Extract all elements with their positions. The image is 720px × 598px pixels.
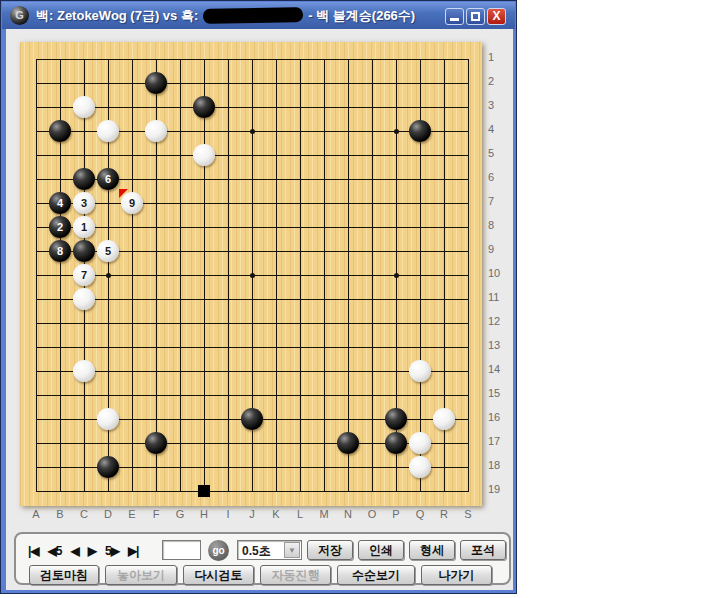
white-stone-C7[interactable]: 3 [73,192,95,214]
black-stone-B4[interactable] [49,120,71,142]
white-stone-Q17[interactable] [409,432,431,454]
column-label-E: E [120,508,144,520]
auto-play-button: 자동진행 [260,565,331,585]
white-stone-C3[interactable] [73,96,95,118]
column-label-J: J [240,508,264,520]
row-label-11: 11 [488,291,512,303]
black-stone-F17[interactable] [145,432,167,454]
column-label-A: A [24,508,48,520]
action-buttons-row2: 검토마침놓아보기다시검토자동진행수순보기나가기 [29,565,492,585]
black-stone-N17[interactable] [337,432,359,454]
row-label-2: 2 [488,75,512,87]
black-stone-P17[interactable] [385,432,407,454]
row-label-6: 6 [488,171,512,183]
column-label-Q: Q [408,508,432,520]
row-label-13: 13 [488,339,512,351]
column-label-G: G [168,508,192,520]
title-suffix: - 백 불계승(266수) [308,7,415,25]
speed-dropdown[interactable]: 0.5초 ▼ [237,540,302,560]
white-stone-D4[interactable] [97,120,119,142]
try-moves-button: 놓아보기 [105,565,177,585]
row-label-9: 9 [488,243,512,255]
black-stone-B7[interactable]: 4 [49,192,71,214]
client-area: 643921857 ABCDEFGHIJKLMNOPQRS12345678910… [6,29,513,590]
chevron-down-icon[interactable]: ▼ [284,542,300,558]
go-button[interactable]: go [208,540,229,561]
review-again-button[interactable]: 다시검토 [183,565,254,585]
last-move-triangle-marker-E7 [119,189,128,198]
column-label-N: N [336,508,360,520]
first-move-button[interactable]: |◀ [28,544,39,558]
square-marker-H19 [198,485,210,497]
minimize-button[interactable] [445,8,464,25]
forward-5-button[interactable]: 5▶ [105,544,119,558]
row-label-5: 5 [488,147,512,159]
column-label-O: O [360,508,384,520]
action-buttons-row1: 저장인쇄형세포석 [307,540,506,560]
row-label-15: 15 [488,387,512,399]
white-stone-F4[interactable] [145,120,167,142]
black-stone-P16[interactable] [385,408,407,430]
go-board-zone: 643921857 ABCDEFGHIJKLMNOPQRS12345678910… [20,42,512,524]
row-label-4: 4 [488,123,512,135]
black-stone-B8[interactable]: 2 [49,216,71,238]
print-button[interactable]: 인쇄 [358,540,404,560]
star-point-P10 [394,273,399,278]
column-label-P: P [384,508,408,520]
column-label-S: S [456,508,480,520]
go-board[interactable]: 643921857 [20,42,482,506]
back-5-button[interactable]: ◀5 [48,544,62,558]
star-point-D10 [106,273,111,278]
game-review-window: G 백: ZetokeWog (7급) vs 흑: - 백 불계승(266수) … [0,0,517,594]
window-controls: X [445,8,506,25]
white-stone-C11[interactable] [73,288,95,310]
row-label-14: 14 [488,363,512,375]
show-move-order-button[interactable]: 수순보기 [337,565,415,585]
black-stone-C9[interactable] [73,240,95,262]
close-icon: X [488,9,505,24]
black-stone-H3[interactable] [193,96,215,118]
row-label-10: 10 [488,267,512,279]
row-label-19: 19 [488,483,512,495]
end-review-button[interactable]: 검토마침 [29,565,99,585]
white-stone-R16[interactable] [433,408,455,430]
maximize-icon [471,12,480,21]
column-label-F: F [144,508,168,520]
white-stone-Q18[interactable] [409,456,431,478]
black-stone-Q4[interactable] [409,120,431,142]
white-stone-D16[interactable] [97,408,119,430]
white-stone-C8[interactable]: 1 [73,216,95,238]
move-navigation: |◀◀5◀▶5▶▶| [28,542,138,560]
maximize-button[interactable] [466,8,485,25]
column-label-K: K [264,508,288,520]
row-label-8: 8 [488,219,512,231]
close-button[interactable]: X [487,8,506,25]
title-prefix: 백: ZetokeWog (7급) vs 흑: [36,7,198,25]
black-stone-C6[interactable] [73,168,95,190]
row-label-1: 1 [488,51,512,63]
app-logo-icon: G [10,6,29,25]
black-stone-B9[interactable]: 8 [49,240,71,262]
title-bar[interactable]: G 백: ZetokeWog (7급) vs 흑: - 백 불계승(266수) … [2,2,515,29]
row-label-17: 17 [488,435,512,447]
column-label-I: I [216,508,240,520]
save-button[interactable]: 저장 [307,540,353,560]
exit-button[interactable]: 나가기 [421,565,492,585]
forward-1-button[interactable]: ▶ [88,544,96,558]
white-stone-Q14[interactable] [409,360,431,382]
white-stone-D9[interactable]: 5 [97,240,119,262]
white-stone-H5[interactable] [193,144,215,166]
move-number-input[interactable] [162,540,201,560]
row-label-12: 12 [488,315,512,327]
star-point-J10 [250,273,255,278]
column-label-D: D [96,508,120,520]
row-label-18: 18 [488,459,512,471]
window-title: 백: ZetokeWog (7급) vs 흑: - 백 불계승(266수) [36,7,415,25]
white-stone-C14[interactable] [73,360,95,382]
column-label-R: R [432,508,456,520]
speed-value: 0.5초 [242,543,271,560]
minimize-icon [450,18,459,21]
black-stone-D6[interactable]: 6 [97,168,119,190]
position-estimate-button[interactable]: 형세 [409,540,455,560]
white-stone-C10[interactable]: 7 [73,264,95,286]
star-point-J4 [250,129,255,134]
last-move-button[interactable]: ▶| [128,544,139,558]
column-label-C: C [72,508,96,520]
black-stone-D18[interactable] [97,456,119,478]
black-stone-J16[interactable] [241,408,263,430]
back-1-button[interactable]: ◀ [71,544,79,558]
column-label-L: L [288,508,312,520]
row-label-16: 16 [488,411,512,423]
fuseki-button[interactable]: 포석 [460,540,506,560]
row-label-3: 3 [488,99,512,111]
column-label-M: M [312,508,336,520]
redacted-player-name [203,7,303,24]
column-label-B: B [48,508,72,520]
column-label-H: H [192,508,216,520]
black-stone-F2[interactable] [145,72,167,94]
row-label-7: 7 [488,195,512,207]
star-point-P4 [394,129,399,134]
control-panel: |◀◀5◀▶5▶▶| go 0.5초 ▼ 저장인쇄형세포석 검토마침놓아보기다시… [14,532,511,585]
